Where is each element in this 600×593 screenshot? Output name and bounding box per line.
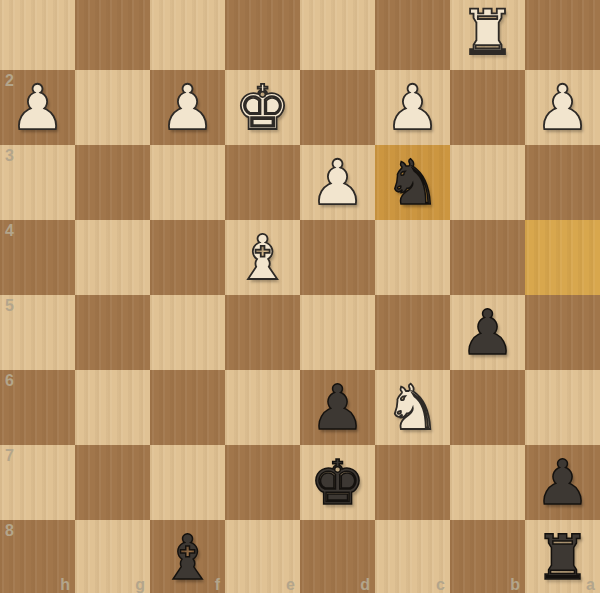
rank-label-6: 6 xyxy=(5,373,14,389)
square-c3[interactable]: ♞ xyxy=(375,145,450,220)
piece-white-pawn[interactable]: ♟ xyxy=(525,70,600,145)
piece-white-rook[interactable]: ♜ xyxy=(450,0,525,70)
square-b2[interactable] xyxy=(450,70,525,145)
square-e7[interactable] xyxy=(225,445,300,520)
piece-black-knight[interactable]: ♞ xyxy=(375,145,450,220)
rank-label-8: 8 xyxy=(5,523,14,539)
square-a5[interactable] xyxy=(525,295,600,370)
square-b7[interactable] xyxy=(450,445,525,520)
rank-label-5: 5 xyxy=(5,298,14,314)
square-d6[interactable]: ♟ xyxy=(300,370,375,445)
square-b1[interactable]: ♜ xyxy=(450,0,525,70)
square-g2[interactable] xyxy=(75,70,150,145)
piece-black-bishop[interactable]: ♝ xyxy=(150,520,225,593)
square-d2[interactable] xyxy=(300,70,375,145)
square-f3[interactable] xyxy=(150,145,225,220)
rank-label-4: 4 xyxy=(5,223,14,239)
piece-white-pawn[interactable]: ♟ xyxy=(0,70,75,145)
file-label-d: d xyxy=(360,577,370,593)
square-f2[interactable]: ♟ xyxy=(150,70,225,145)
square-h7[interactable]: 7 xyxy=(0,445,75,520)
piece-black-king[interactable]: ♚ xyxy=(300,445,375,520)
square-f7[interactable] xyxy=(150,445,225,520)
piece-white-pawn[interactable]: ♟ xyxy=(375,70,450,145)
square-h2[interactable]: 2♟ xyxy=(0,70,75,145)
square-h4[interactable]: 4 xyxy=(0,220,75,295)
square-c7[interactable] xyxy=(375,445,450,520)
square-c6[interactable]: ♞ xyxy=(375,370,450,445)
chess-board: ♜2♟♟♚♟♟3♟♞4♝5♟6♟♞7♚♟8hgf♝edcba♜ xyxy=(0,0,600,593)
chess-app-viewport: ♜2♟♟♚♟♟3♟♞4♝5♟6♟♞7♚♟8hgf♝edcba♜ xyxy=(0,0,600,593)
square-h5[interactable]: 5 xyxy=(0,295,75,370)
square-a8[interactable]: a♜ xyxy=(525,520,600,593)
square-f1[interactable] xyxy=(150,0,225,70)
piece-black-pawn[interactable]: ♟ xyxy=(450,295,525,370)
piece-black-pawn[interactable]: ♟ xyxy=(525,445,600,520)
square-e8[interactable]: e xyxy=(225,520,300,593)
square-b5[interactable]: ♟ xyxy=(450,295,525,370)
square-g4[interactable] xyxy=(75,220,150,295)
file-label-c: c xyxy=(436,577,445,593)
square-f4[interactable] xyxy=(150,220,225,295)
square-e2[interactable]: ♚ xyxy=(225,70,300,145)
square-c1[interactable] xyxy=(375,0,450,70)
square-g5[interactable] xyxy=(75,295,150,370)
piece-white-pawn[interactable]: ♟ xyxy=(300,145,375,220)
square-f5[interactable] xyxy=(150,295,225,370)
square-a4[interactable] xyxy=(525,220,600,295)
square-a7[interactable]: ♟ xyxy=(525,445,600,520)
square-c2[interactable]: ♟ xyxy=(375,70,450,145)
square-a2[interactable]: ♟ xyxy=(525,70,600,145)
square-e3[interactable] xyxy=(225,145,300,220)
piece-white-king[interactable]: ♚ xyxy=(225,70,300,145)
square-g6[interactable] xyxy=(75,370,150,445)
square-d7[interactable]: ♚ xyxy=(300,445,375,520)
file-label-g: g xyxy=(135,577,145,593)
square-b6[interactable] xyxy=(450,370,525,445)
square-e6[interactable] xyxy=(225,370,300,445)
square-f6[interactable] xyxy=(150,370,225,445)
piece-black-rook[interactable]: ♜ xyxy=(525,520,600,593)
square-a6[interactable] xyxy=(525,370,600,445)
piece-white-knight[interactable]: ♞ xyxy=(375,370,450,445)
square-a1[interactable] xyxy=(525,0,600,70)
square-f8[interactable]: f♝ xyxy=(150,520,225,593)
square-e1[interactable] xyxy=(225,0,300,70)
square-h1[interactable] xyxy=(0,0,75,70)
file-label-b: b xyxy=(510,577,520,593)
square-d4[interactable] xyxy=(300,220,375,295)
square-c4[interactable] xyxy=(375,220,450,295)
square-g3[interactable] xyxy=(75,145,150,220)
square-d1[interactable] xyxy=(300,0,375,70)
square-b3[interactable] xyxy=(450,145,525,220)
rank-label-7: 7 xyxy=(5,448,14,464)
square-h3[interactable]: 3 xyxy=(0,145,75,220)
file-label-e: e xyxy=(286,577,295,593)
square-a3[interactable] xyxy=(525,145,600,220)
square-g1[interactable] xyxy=(75,0,150,70)
square-d5[interactable] xyxy=(300,295,375,370)
square-g8[interactable]: g xyxy=(75,520,150,593)
square-b8[interactable]: b xyxy=(450,520,525,593)
square-e5[interactable] xyxy=(225,295,300,370)
file-label-h: h xyxy=(60,577,70,593)
square-g7[interactable] xyxy=(75,445,150,520)
square-c8[interactable]: c xyxy=(375,520,450,593)
piece-white-pawn[interactable]: ♟ xyxy=(150,70,225,145)
square-e4[interactable]: ♝ xyxy=(225,220,300,295)
square-b4[interactable] xyxy=(450,220,525,295)
square-h8[interactable]: 8h xyxy=(0,520,75,593)
rank-label-3: 3 xyxy=(5,148,14,164)
square-c5[interactable] xyxy=(375,295,450,370)
square-d8[interactable]: d xyxy=(300,520,375,593)
piece-black-pawn[interactable]: ♟ xyxy=(300,370,375,445)
square-d3[interactable]: ♟ xyxy=(300,145,375,220)
piece-white-bishop[interactable]: ♝ xyxy=(225,220,300,295)
square-h6[interactable]: 6 xyxy=(0,370,75,445)
